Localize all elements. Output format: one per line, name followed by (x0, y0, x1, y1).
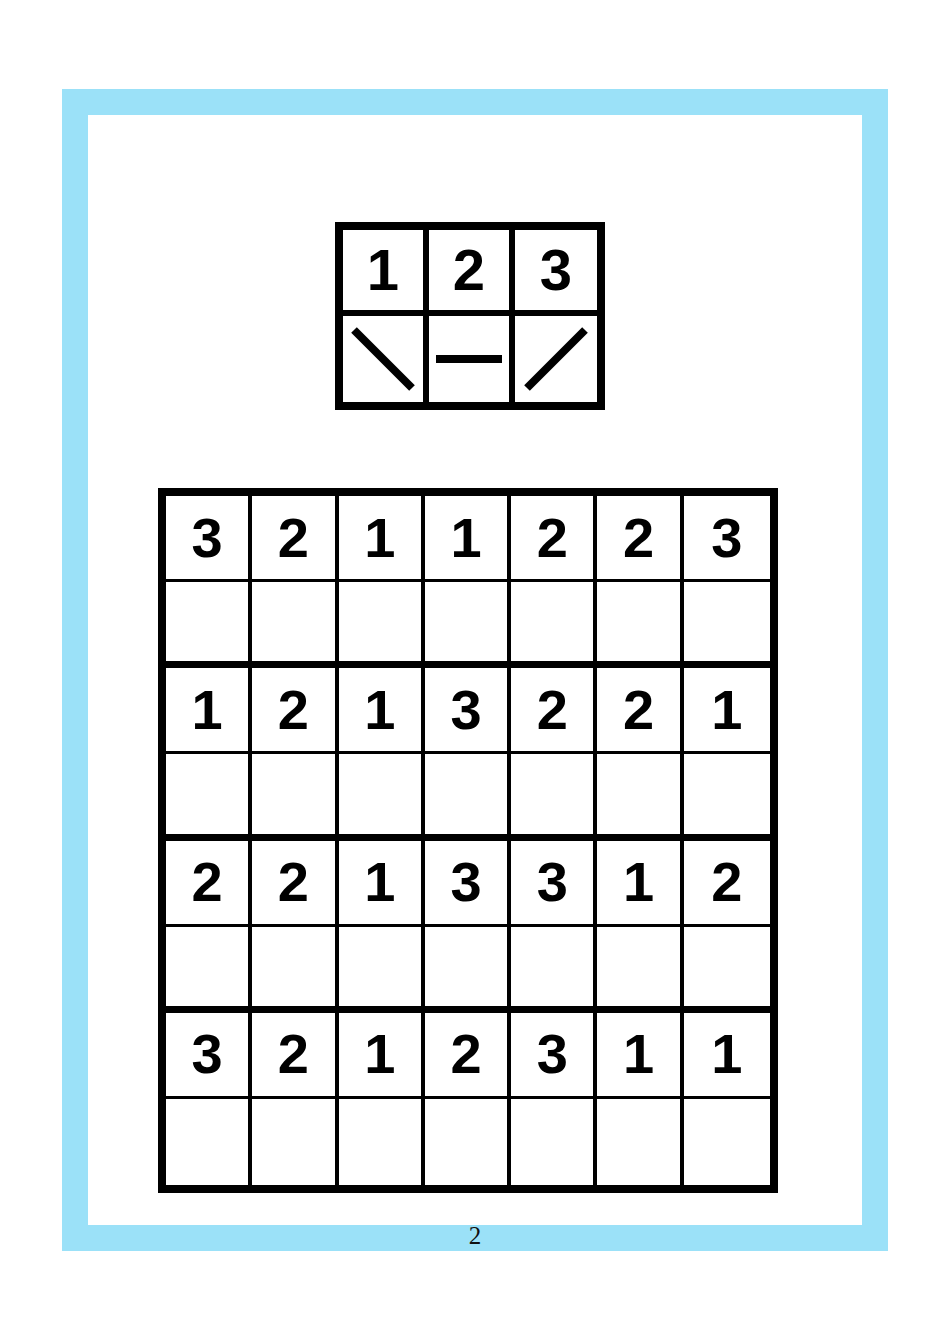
clue-cell-r7c4: 2 (425, 1013, 511, 1099)
answer-cell-r4c7[interactable] (684, 754, 770, 840)
answer-cell-r4c1[interactable] (166, 754, 252, 840)
clue-cell-r3c7: 1 (684, 668, 770, 754)
legend-digit: 1 (367, 241, 399, 299)
puzzle-grid: 3211223121322122133123212311 (158, 488, 778, 1193)
legend-digit: 2 (453, 241, 485, 299)
answer-cell-r4c5[interactable] (511, 754, 597, 840)
answer-cell-r6c3[interactable] (339, 927, 425, 1013)
legend-number-2: 2 (429, 230, 515, 316)
clue-cell-r3c2: 2 (252, 668, 338, 754)
answer-cell-r2c5[interactable] (511, 582, 597, 668)
clue-cell-r7c2: 2 (252, 1013, 338, 1099)
answer-cell-r4c4[interactable] (425, 754, 511, 840)
clue-cell-r5c6: 1 (597, 841, 683, 927)
clue-cell-r1c4: 1 (425, 496, 511, 582)
clue-cell-r1c3: 1 (339, 496, 425, 582)
answer-cell-r8c1[interactable] (166, 1099, 252, 1185)
clue-cell-r7c7: 1 (684, 1013, 770, 1099)
answer-cell-r6c4[interactable] (425, 927, 511, 1013)
clue-cell-r5c2: 2 (252, 841, 338, 927)
clue-cell-r7c3: 1 (339, 1013, 425, 1099)
clue-cell-r7c6: 1 (597, 1013, 683, 1099)
answer-cell-r2c7[interactable] (684, 582, 770, 668)
clue-cell-r1c2: 2 (252, 496, 338, 582)
clue-cell-r1c1: 3 (166, 496, 252, 582)
clue-cell-r5c5: 3 (511, 841, 597, 927)
legend-digit: 3 (540, 241, 572, 299)
answer-cell-r2c3[interactable] (339, 582, 425, 668)
answer-cell-r4c2[interactable] (252, 754, 338, 840)
legend-symbol-1 (343, 316, 429, 402)
clue-cell-r1c5: 2 (511, 496, 597, 582)
clue-cell-r5c3: 1 (339, 841, 425, 927)
legend-symbol-3 (515, 316, 597, 402)
answer-cell-r2c6[interactable] (597, 582, 683, 668)
answer-cell-r8c2[interactable] (252, 1099, 338, 1185)
answer-cell-r8c4[interactable] (425, 1099, 511, 1185)
answer-cell-r4c6[interactable] (597, 754, 683, 840)
slash-line-icon (516, 319, 596, 399)
clue-cell-r5c7: 2 (684, 841, 770, 927)
legend-number-1: 1 (343, 230, 429, 316)
clue-cell-r3c3: 1 (339, 668, 425, 754)
answer-cell-r6c1[interactable] (166, 927, 252, 1013)
backslash-line-icon (343, 319, 423, 399)
clue-cell-r3c6: 2 (597, 668, 683, 754)
clue-cell-r7c5: 3 (511, 1013, 597, 1099)
answer-cell-r6c6[interactable] (597, 927, 683, 1013)
answer-cell-r4c3[interactable] (339, 754, 425, 840)
clue-cell-r3c5: 2 (511, 668, 597, 754)
answer-cell-r8c7[interactable] (684, 1099, 770, 1185)
legend-grid: 1 2 3 (335, 222, 605, 410)
answer-cell-r8c6[interactable] (597, 1099, 683, 1185)
answer-cell-r2c4[interactable] (425, 582, 511, 668)
answer-cell-r6c7[interactable] (684, 927, 770, 1013)
answer-cell-r6c2[interactable] (252, 927, 338, 1013)
page-number: 2 (0, 1221, 950, 1251)
clue-cell-r1c6: 2 (597, 496, 683, 582)
legend-number-3: 3 (515, 230, 597, 316)
answer-cell-r2c1[interactable] (166, 582, 252, 668)
clue-cell-r3c1: 1 (166, 668, 252, 754)
clue-cell-r7c1: 3 (166, 1013, 252, 1099)
answer-cell-r8c5[interactable] (511, 1099, 597, 1185)
worksheet-page: 1 2 3 3211223121322122133123212311 2 (0, 0, 950, 1344)
answer-cell-r6c5[interactable] (511, 927, 597, 1013)
horizontal-line-icon (429, 319, 509, 399)
clue-cell-r5c4: 3 (425, 841, 511, 927)
clue-cell-r3c4: 3 (425, 668, 511, 754)
answer-cell-r2c2[interactable] (252, 582, 338, 668)
clue-cell-r1c7: 3 (684, 496, 770, 582)
answer-cell-r8c3[interactable] (339, 1099, 425, 1185)
legend-symbol-2 (429, 316, 515, 402)
clue-cell-r5c1: 2 (166, 841, 252, 927)
